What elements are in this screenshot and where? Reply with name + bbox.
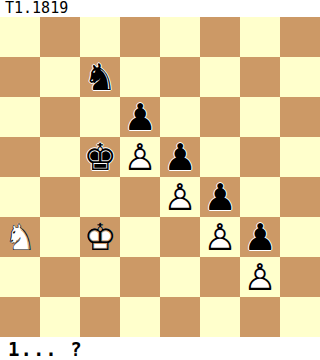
move-prompt: 1... ? bbox=[8, 338, 83, 360]
square-c6[interactable] bbox=[80, 97, 120, 137]
black-king-icon: ♚ bbox=[80, 137, 120, 177]
square-b7[interactable] bbox=[40, 57, 80, 97]
white-pawn-icon: ♟♙ bbox=[240, 257, 280, 297]
square-a7[interactable] bbox=[0, 57, 40, 97]
square-a6[interactable] bbox=[0, 97, 40, 137]
square-h3[interactable] bbox=[280, 217, 320, 257]
square-g6[interactable] bbox=[240, 97, 280, 137]
square-d8[interactable] bbox=[120, 17, 160, 57]
square-h1[interactable] bbox=[280, 297, 320, 337]
chess-board: ♞♟♚♟♙♟♟♙♟♞♘♚♔♟♙♟♟♙ bbox=[0, 17, 320, 337]
square-f4[interactable]: ♟ bbox=[200, 177, 240, 217]
square-d4[interactable] bbox=[120, 177, 160, 217]
square-f3[interactable]: ♟♙ bbox=[200, 217, 240, 257]
square-a8[interactable] bbox=[0, 17, 40, 57]
square-g4[interactable] bbox=[240, 177, 280, 217]
square-g2[interactable]: ♟♙ bbox=[240, 257, 280, 297]
square-h2[interactable] bbox=[280, 257, 320, 297]
square-f5[interactable] bbox=[200, 137, 240, 177]
white-pawn-icon: ♟♙ bbox=[160, 177, 200, 217]
square-g7[interactable] bbox=[240, 57, 280, 97]
square-e1[interactable] bbox=[160, 297, 200, 337]
square-a4[interactable] bbox=[0, 177, 40, 217]
square-c3[interactable]: ♚♔ bbox=[80, 217, 120, 257]
square-e3[interactable] bbox=[160, 217, 200, 257]
square-e5[interactable]: ♟ bbox=[160, 137, 200, 177]
square-d6[interactable]: ♟ bbox=[120, 97, 160, 137]
square-h8[interactable] bbox=[280, 17, 320, 57]
square-g5[interactable] bbox=[240, 137, 280, 177]
square-e4[interactable]: ♟♙ bbox=[160, 177, 200, 217]
white-king-icon: ♚♔ bbox=[80, 217, 120, 257]
square-b6[interactable] bbox=[40, 97, 80, 137]
square-b8[interactable] bbox=[40, 17, 80, 57]
square-g3[interactable]: ♟ bbox=[240, 217, 280, 257]
square-h5[interactable] bbox=[280, 137, 320, 177]
square-a3[interactable]: ♞♘ bbox=[0, 217, 40, 257]
square-a5[interactable] bbox=[0, 137, 40, 177]
black-knight-icon: ♞ bbox=[80, 57, 120, 97]
square-b4[interactable] bbox=[40, 177, 80, 217]
square-d3[interactable] bbox=[120, 217, 160, 257]
square-b2[interactable] bbox=[40, 257, 80, 297]
black-pawn-icon: ♟ bbox=[120, 97, 160, 137]
square-c1[interactable] bbox=[80, 297, 120, 337]
square-f6[interactable] bbox=[200, 97, 240, 137]
square-c4[interactable] bbox=[80, 177, 120, 217]
square-c2[interactable] bbox=[80, 257, 120, 297]
white-pawn-icon: ♟♙ bbox=[200, 217, 240, 257]
square-e8[interactable] bbox=[160, 17, 200, 57]
square-d5[interactable]: ♟♙ bbox=[120, 137, 160, 177]
square-h6[interactable] bbox=[280, 97, 320, 137]
square-h4[interactable] bbox=[280, 177, 320, 217]
white-knight-icon: ♞♘ bbox=[0, 217, 40, 257]
square-c7[interactable]: ♞ bbox=[80, 57, 120, 97]
puzzle-id: T1.1819 bbox=[5, 0, 68, 17]
square-f8[interactable] bbox=[200, 17, 240, 57]
square-f2[interactable] bbox=[200, 257, 240, 297]
square-c5[interactable]: ♚ bbox=[80, 137, 120, 177]
square-g1[interactable] bbox=[240, 297, 280, 337]
square-e2[interactable] bbox=[160, 257, 200, 297]
square-d2[interactable] bbox=[120, 257, 160, 297]
square-f1[interactable] bbox=[200, 297, 240, 337]
square-a2[interactable] bbox=[0, 257, 40, 297]
square-d1[interactable] bbox=[120, 297, 160, 337]
square-b5[interactable] bbox=[40, 137, 80, 177]
square-e6[interactable] bbox=[160, 97, 200, 137]
black-pawn-icon: ♟ bbox=[200, 177, 240, 217]
square-c8[interactable] bbox=[80, 17, 120, 57]
square-f7[interactable] bbox=[200, 57, 240, 97]
square-d7[interactable] bbox=[120, 57, 160, 97]
square-a1[interactable] bbox=[0, 297, 40, 337]
title-bar: T1.1819 bbox=[0, 0, 320, 17]
black-pawn-icon: ♟ bbox=[160, 137, 200, 177]
square-b3[interactable] bbox=[40, 217, 80, 257]
square-e7[interactable] bbox=[160, 57, 200, 97]
square-b1[interactable] bbox=[40, 297, 80, 337]
square-h7[interactable] bbox=[280, 57, 320, 97]
prompt-bar: 1... ? bbox=[0, 337, 320, 360]
square-g8[interactable] bbox=[240, 17, 280, 57]
white-pawn-icon: ♟♙ bbox=[120, 137, 160, 177]
black-pawn-icon: ♟ bbox=[240, 217, 280, 257]
